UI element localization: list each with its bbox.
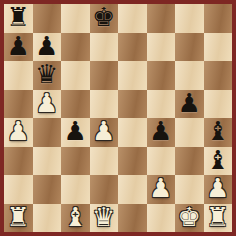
square-b4[interactable] — [33, 118, 62, 147]
square-b3[interactable] — [33, 147, 62, 176]
square-a4[interactable]: ♟ — [4, 118, 33, 147]
square-a7[interactable]: ♟ — [4, 33, 33, 62]
square-f6[interactable] — [147, 61, 176, 90]
square-e1[interactable] — [118, 204, 147, 233]
square-e5[interactable] — [118, 90, 147, 119]
square-a6[interactable] — [4, 61, 33, 90]
square-a3[interactable] — [4, 147, 33, 176]
piece-black-pawn: ♟ — [64, 118, 87, 144]
square-c5[interactable] — [61, 90, 90, 119]
square-d5[interactable] — [90, 90, 119, 119]
square-g5[interactable]: ♟ — [175, 90, 204, 119]
square-e8[interactable] — [118, 4, 147, 33]
square-h6[interactable] — [204, 61, 233, 90]
square-e7[interactable] — [118, 33, 147, 62]
square-d8[interactable]: ♚ — [90, 4, 119, 33]
square-a2[interactable] — [4, 175, 33, 204]
piece-white-rook: ♜ — [7, 204, 30, 230]
square-d1[interactable]: ♛ — [90, 204, 119, 233]
square-c4[interactable]: ♟ — [61, 118, 90, 147]
square-d2[interactable] — [90, 175, 119, 204]
square-d6[interactable] — [90, 61, 119, 90]
square-f3[interactable] — [147, 147, 176, 176]
square-b8[interactable] — [33, 4, 62, 33]
piece-white-king: ♚ — [178, 204, 201, 230]
square-b5[interactable]: ♟ — [33, 90, 62, 119]
piece-black-pawn: ♟ — [149, 118, 172, 144]
square-c8[interactable] — [61, 4, 90, 33]
square-c7[interactable] — [61, 33, 90, 62]
square-f1[interactable] — [147, 204, 176, 233]
piece-black-rook: ♜ — [7, 4, 30, 30]
square-d3[interactable] — [90, 147, 119, 176]
square-d7[interactable] — [90, 33, 119, 62]
square-e4[interactable] — [118, 118, 147, 147]
square-h3[interactable]: ♝ — [204, 147, 233, 176]
square-c6[interactable] — [61, 61, 90, 90]
square-h4[interactable]: ♝ — [204, 118, 233, 147]
piece-white-pawn: ♟ — [206, 175, 229, 201]
piece-black-pawn: ♟ — [7, 33, 30, 59]
square-g2[interactable] — [175, 175, 204, 204]
square-b2[interactable] — [33, 175, 62, 204]
square-c3[interactable] — [61, 147, 90, 176]
square-f5[interactable] — [147, 90, 176, 119]
square-c2[interactable] — [61, 175, 90, 204]
piece-white-queen: ♛ — [92, 204, 115, 230]
piece-black-bishop: ♝ — [206, 118, 229, 144]
square-h1[interactable]: ♜ — [204, 204, 233, 233]
square-g4[interactable] — [175, 118, 204, 147]
square-h8[interactable] — [204, 4, 233, 33]
square-b6[interactable]: ♛ — [33, 61, 62, 90]
square-g8[interactable] — [175, 4, 204, 33]
square-d4[interactable]: ♟ — [90, 118, 119, 147]
square-f2[interactable]: ♟ — [147, 175, 176, 204]
piece-white-pawn: ♟ — [35, 90, 58, 116]
square-h5[interactable] — [204, 90, 233, 119]
square-h7[interactable] — [204, 33, 233, 62]
square-e3[interactable] — [118, 147, 147, 176]
square-f8[interactable] — [147, 4, 176, 33]
square-a8[interactable]: ♜ — [4, 4, 33, 33]
chess-board-frame: ♜♚♟♟♛♟♟♟♟♟♟♝♝♟♟♜♝♛♚♜ — [0, 0, 236, 236]
square-a5[interactable] — [4, 90, 33, 119]
square-g1[interactable]: ♚ — [175, 204, 204, 233]
square-f4[interactable]: ♟ — [147, 118, 176, 147]
square-b1[interactable] — [33, 204, 62, 233]
piece-black-queen: ♛ — [35, 61, 58, 87]
square-g7[interactable] — [175, 33, 204, 62]
square-c1[interactable]: ♝ — [61, 204, 90, 233]
square-b7[interactable]: ♟ — [33, 33, 62, 62]
piece-white-pawn: ♟ — [92, 118, 115, 144]
square-f7[interactable] — [147, 33, 176, 62]
square-g3[interactable] — [175, 147, 204, 176]
piece-black-pawn: ♟ — [178, 90, 201, 116]
square-a1[interactable]: ♜ — [4, 204, 33, 233]
piece-black-bishop: ♝ — [206, 147, 229, 173]
piece-white-pawn: ♟ — [149, 175, 172, 201]
piece-white-bishop: ♝ — [64, 204, 87, 230]
square-g6[interactable] — [175, 61, 204, 90]
square-h2[interactable]: ♟ — [204, 175, 233, 204]
square-e6[interactable] — [118, 61, 147, 90]
square-e2[interactable] — [118, 175, 147, 204]
piece-black-pawn: ♟ — [35, 33, 58, 59]
piece-white-pawn: ♟ — [7, 118, 30, 144]
piece-black-king: ♚ — [92, 4, 115, 30]
chess-board: ♜♚♟♟♛♟♟♟♟♟♟♝♝♟♟♜♝♛♚♜ — [4, 4, 232, 232]
piece-white-rook: ♜ — [206, 204, 229, 230]
